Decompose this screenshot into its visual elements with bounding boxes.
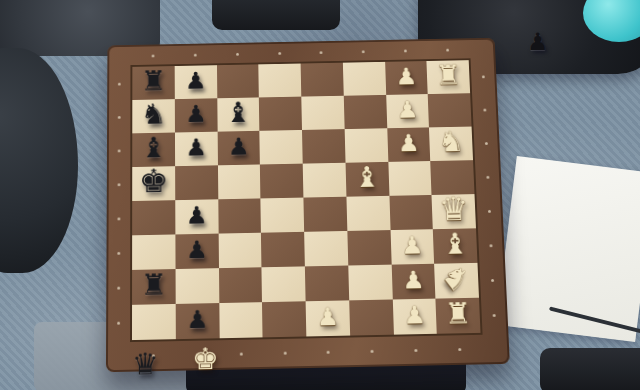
square-a6[interactable]: [219, 302, 263, 338]
square-f5[interactable]: [260, 130, 303, 165]
frame-inlay-dot: [492, 313, 495, 316]
square-h3[interactable]: [343, 62, 386, 96]
square-f4[interactable]: [302, 129, 345, 164]
frame-inlay-dots-bottom: [132, 345, 481, 360]
frame-inlay-dot: [117, 251, 120, 254]
frame-inlay-dot: [327, 350, 330, 353]
square-a2[interactable]: ♟: [392, 299, 437, 335]
frame-inlay-dot: [117, 321, 120, 324]
square-b1[interactable]: ♞: [434, 263, 479, 299]
frame-inlay-dot: [320, 51, 323, 54]
square-g4[interactable]: [301, 96, 344, 130]
piece-br-h8[interactable]: ♜: [140, 67, 166, 95]
frame-inlay-dots-top: [132, 46, 468, 60]
frame-inlay-dot: [481, 75, 484, 78]
piece-bb-f8[interactable]: ♝: [140, 133, 166, 162]
frame-inlay-dot: [362, 50, 365, 53]
square-a4[interactable]: ♟: [306, 300, 350, 336]
square-h1[interactable]: ♜: [427, 60, 470, 94]
square-f1[interactable]: ♞: [429, 127, 473, 161]
square-c5[interactable]: [261, 232, 305, 267]
square-c6[interactable]: [218, 233, 262, 268]
dark-chair-left: [0, 48, 78, 273]
square-d6[interactable]: [218, 198, 261, 233]
square-h4[interactable]: [301, 63, 344, 97]
frame-inlay-dot: [458, 348, 461, 351]
photo-scene: ♟ ♜♟♟♜♞♟♝♟♝♟♟♟♞♚♝♟♛♟♟♝♜♟♞♟♟♟♜ ♚ ♛: [0, 0, 640, 390]
frame-inlay-dot: [117, 217, 120, 220]
square-h6[interactable]: [217, 64, 260, 98]
frame-inlay-dot: [484, 142, 487, 145]
piece-wq-d1[interactable]: ♛: [438, 193, 469, 226]
frame-inlay-dot: [240, 352, 243, 355]
piece-bb-g6[interactable]: ♝: [225, 98, 251, 126]
frame-inlay-dot: [283, 351, 286, 354]
frame-inlay-dot: [194, 53, 197, 56]
frame-inlay-dot: [117, 82, 120, 85]
frame-inlay-dot: [117, 286, 120, 289]
frame-inlay-dots-right: [478, 60, 498, 333]
square-b3[interactable]: [348, 265, 392, 301]
piece-bp-f7[interactable]: ♟: [185, 135, 207, 159]
piece-wr-h1[interactable]: ♜: [435, 61, 462, 89]
frame-inlay-dot: [486, 175, 489, 178]
square-g3[interactable]: [344, 95, 387, 129]
square-g8[interactable]: ♞: [132, 99, 174, 133]
square-b6[interactable]: [218, 267, 262, 303]
piece-wp-a4[interactable]: ♟: [316, 304, 339, 329]
square-b2[interactable]: ♟: [391, 264, 435, 300]
square-f7[interactable]: ♟: [175, 132, 218, 167]
square-b5[interactable]: [262, 266, 306, 302]
piece-bp-g7[interactable]: ♟: [185, 102, 207, 126]
off-board-white-king[interactable]: ♚: [192, 344, 219, 374]
frame-inlay-dot: [152, 54, 155, 57]
frame-inlay-dot: [404, 49, 407, 52]
piece-bp-d7[interactable]: ♟: [185, 203, 207, 227]
piece-wb-e3[interactable]: ♝: [354, 163, 381, 192]
piece-bp-a7[interactable]: ♟: [186, 307, 208, 332]
frame-inlay-dot: [487, 209, 490, 212]
dark-object-bottom-right: [540, 348, 640, 390]
dark-object-top-center: [212, 0, 340, 30]
frame-inlay-dot: [117, 115, 120, 118]
square-e7[interactable]: [175, 165, 218, 200]
piece-wp-f2[interactable]: ♟: [397, 131, 420, 155]
piece-bp-c7[interactable]: ♟: [186, 237, 208, 261]
piece-wr-a1[interactable]: ♜: [444, 298, 472, 328]
square-c2[interactable]: ♟: [390, 229, 434, 264]
captured-black-piece-on-carpet: ♟: [527, 28, 549, 56]
piece-bk-e8[interactable]: ♚: [139, 165, 169, 198]
square-f6[interactable]: ♟: [217, 131, 260, 166]
square-c8[interactable]: [132, 234, 175, 269]
frame-inlay-dot: [414, 348, 417, 351]
frame-inlay-dots-left: [114, 67, 123, 340]
piece-wn-b1[interactable]: ♞: [437, 259, 477, 297]
piece-wp-g2[interactable]: ♟: [396, 97, 418, 121]
frame-inlay-dot: [491, 278, 494, 281]
frame-inlay-dot: [236, 52, 239, 55]
square-c1[interactable]: ♝: [433, 228, 477, 263]
square-g7[interactable]: ♟: [175, 98, 218, 132]
square-f2[interactable]: ♟: [387, 127, 431, 161]
frame-inlay-dot: [117, 183, 120, 186]
square-h8[interactable]: ♜: [132, 66, 174, 100]
square-e3[interactable]: ♝: [345, 162, 389, 197]
square-a1[interactable]: ♜: [436, 298, 481, 334]
square-f3[interactable]: [344, 128, 387, 163]
frame-inlay-dot: [371, 349, 374, 352]
square-h5[interactable]: [259, 64, 302, 98]
square-d4[interactable]: [303, 197, 347, 232]
piece-wp-b2[interactable]: ♟: [402, 267, 425, 292]
square-h2[interactable]: ♟: [385, 61, 428, 95]
off-board-black-queen[interactable]: ♛: [132, 349, 159, 379]
square-d8[interactable]: [132, 200, 175, 235]
square-c7[interactable]: ♟: [175, 234, 218, 269]
piece-br-b8[interactable]: ♜: [140, 270, 167, 300]
square-a5[interactable]: [262, 301, 306, 337]
piece-wp-h2[interactable]: ♟: [395, 64, 417, 87]
square-d7[interactable]: ♟: [175, 199, 218, 234]
square-g1[interactable]: [428, 93, 472, 127]
piece-bp-h7[interactable]: ♟: [185, 69, 207, 92]
board-grid: ♜♟♟♜♞♟♝♟♝♟♟♟♞♚♝♟♛♟♟♝♜♟♞♟♟♟♜: [132, 60, 481, 340]
square-a7[interactable]: ♟: [175, 303, 219, 339]
square-d3[interactable]: [346, 196, 390, 231]
frame-inlay-dot: [278, 52, 281, 55]
square-b4[interactable]: [305, 266, 349, 302]
square-e8[interactable]: ♚: [132, 166, 175, 201]
piece-wb-c1[interactable]: ♝: [441, 229, 469, 258]
piece-wp-a2[interactable]: ♟: [403, 302, 426, 327]
piece-wn-f1[interactable]: ♞: [437, 127, 464, 156]
piece-bn-g8[interactable]: ♞: [140, 100, 166, 128]
square-e5[interactable]: [260, 164, 303, 199]
frame-inlay-dot: [117, 149, 120, 152]
square-d2[interactable]: [389, 195, 433, 230]
square-e6[interactable]: [217, 164, 260, 199]
square-d5[interactable]: [261, 198, 305, 233]
frame-inlay-dot: [489, 244, 492, 247]
square-e2[interactable]: [388, 161, 432, 196]
square-g6[interactable]: ♝: [217, 97, 260, 131]
square-b8[interactable]: ♜: [132, 269, 175, 305]
square-a3[interactable]: [349, 299, 393, 335]
square-h7[interactable]: ♟: [174, 65, 216, 99]
piece-bp-f6[interactable]: ♟: [228, 134, 250, 158]
frame-inlay-dot: [446, 48, 449, 51]
square-c4[interactable]: [304, 231, 348, 266]
square-d1[interactable]: ♛: [432, 194, 476, 229]
square-e4[interactable]: [303, 163, 346, 198]
square-c3[interactable]: [347, 230, 391, 265]
square-a8[interactable]: [132, 304, 176, 340]
square-g2[interactable]: ♟: [386, 94, 429, 128]
square-g5[interactable]: [259, 97, 302, 131]
frame-inlay-dot: [483, 108, 486, 111]
chess-board: ♜♟♟♜♞♟♝♟♝♟♟♟♞♚♝♟♛♟♟♝♜♟♞♟♟♟♜ ♚ ♛: [106, 38, 510, 372]
piece-wp-c2[interactable]: ♟: [401, 233, 424, 257]
square-b7[interactable]: [175, 268, 219, 304]
